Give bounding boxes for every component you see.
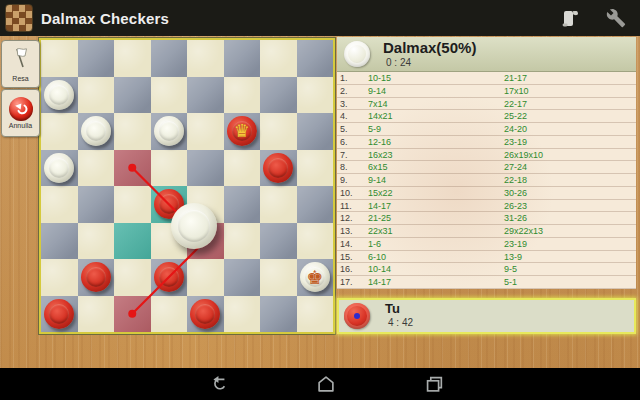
board-cell[interactable] [78, 186, 115, 223]
board-cell[interactable] [78, 150, 115, 187]
board-cell[interactable] [297, 223, 334, 260]
white-move: 9-14 [368, 174, 504, 186]
move-number: 15. [337, 251, 368, 263]
white-move: 15x22 [368, 187, 504, 199]
undo-button[interactable]: Annulla [1, 89, 40, 137]
move-number: 5. [337, 123, 368, 135]
board-cell[interactable] [78, 259, 115, 296]
board-cell[interactable] [41, 296, 78, 333]
white-king-piece[interactable]: ♚ [300, 262, 330, 292]
board-cell[interactable] [151, 296, 188, 333]
red-move: 26x19x10 [504, 149, 636, 161]
opponent-header: Dalmax(50%) 0 : 24 [337, 37, 636, 72]
move-row[interactable]: 13.22x3129x22x13 [337, 225, 636, 238]
red-move: 17x10 [504, 85, 636, 97]
move-number: 1. [337, 72, 368, 84]
red-move: 23-19 [504, 238, 636, 250]
move-row[interactable]: 7.16x2326x19x10 [337, 149, 636, 162]
board-cell[interactable] [187, 150, 224, 187]
red-move: 13-9 [504, 251, 636, 263]
board-cell[interactable] [187, 40, 224, 77]
board-cell[interactable] [260, 150, 297, 187]
white-man-piece[interactable] [154, 116, 184, 146]
move-row[interactable]: 17.14-175-1 [337, 276, 636, 289]
board-cell[interactable] [297, 150, 334, 187]
board-cell[interactable] [297, 296, 334, 333]
white-move: 21-25 [368, 212, 504, 224]
recents-icon[interactable] [423, 373, 445, 395]
move-row[interactable]: 9.9-1422-18 [337, 174, 636, 187]
move-number: 11. [337, 200, 368, 212]
board-cell[interactable] [260, 259, 297, 296]
board-cell[interactable] [41, 186, 78, 223]
red-move: 23-19 [504, 136, 636, 148]
board-cell[interactable] [78, 296, 115, 333]
red-move: 9-5 [504, 263, 636, 275]
board-cell[interactable] [151, 259, 188, 296]
red-piece-icon [344, 303, 370, 329]
white-move: 6x15 [368, 161, 504, 173]
white-move: 1-6 [368, 238, 504, 250]
checkerboard-app-icon [5, 4, 33, 32]
red-man-piece[interactable] [190, 299, 220, 329]
white-move: 22x31 [368, 225, 504, 237]
board-cell[interactable] [260, 40, 297, 77]
board-cell[interactable] [78, 223, 115, 260]
board-cell[interactable] [41, 113, 78, 150]
white-move: 14-17 [368, 276, 504, 288]
board-cell[interactable] [260, 186, 297, 223]
red-move: 26-23 [504, 200, 636, 212]
move-row[interactable]: 1.10-1521-17 [337, 72, 636, 85]
board-cell[interactable] [187, 113, 224, 150]
board-cell[interactable] [78, 40, 115, 77]
move-number: 8. [337, 161, 368, 173]
red-move: 30-26 [504, 187, 636, 199]
red-man-piece[interactable] [81, 262, 111, 292]
undo-arrow-icon [9, 97, 33, 121]
white-move: 10-15 [368, 72, 504, 84]
move-row[interactable]: 8.6x1527-24 [337, 161, 636, 174]
board-cell[interactable]: ♚ [297, 259, 334, 296]
board-cell[interactable] [260, 77, 297, 114]
checkers-board[interactable]: ♛♚ [39, 38, 335, 334]
player-bar-active: Tu 4 : 42 [337, 298, 636, 334]
move-row[interactable]: 2.9-1417x10 [337, 85, 636, 98]
board-cell[interactable] [297, 77, 334, 114]
move-row[interactable]: 6.12-1623-19 [337, 136, 636, 149]
white-man-piece[interactable] [44, 80, 74, 110]
board-cell[interactable] [41, 223, 78, 260]
move-number: 17. [337, 276, 368, 288]
board-cell[interactable] [260, 296, 297, 333]
board-cell[interactable] [224, 296, 261, 333]
turn-dot [354, 313, 360, 319]
white-flag-icon [9, 46, 33, 74]
resign-button[interactable]: Resa [1, 40, 40, 88]
board-cell[interactable] [151, 150, 188, 187]
red-move: 22-18 [504, 174, 636, 186]
white-piece-icon [344, 41, 370, 67]
back-icon[interactable] [207, 373, 229, 395]
board-cell[interactable] [41, 77, 78, 114]
board-cell[interactable] [41, 259, 78, 296]
board-cell[interactable] [224, 223, 261, 260]
board-cell[interactable] [151, 77, 188, 114]
white-move: 14-17 [368, 200, 504, 212]
red-man-piece[interactable] [44, 299, 74, 329]
move-number: 2. [337, 85, 368, 97]
board-cell[interactable] [187, 296, 224, 333]
red-move: 22-17 [504, 98, 636, 110]
move-number: 4. [337, 110, 368, 122]
move-row[interactable]: 15.6-1013-9 [337, 251, 636, 264]
player-clock: 4 : 42 [388, 317, 413, 328]
red-man-piece[interactable] [263, 153, 293, 183]
red-move: 29x22x13 [504, 225, 636, 237]
board-cell[interactable] [114, 77, 151, 114]
move-row[interactable]: 16.10-149-5 [337, 263, 636, 276]
board-cell[interactable] [114, 113, 151, 150]
action-bar: Dalmax Checkers [0, 0, 640, 36]
white-move: 7x14 [368, 98, 504, 110]
move-row[interactable]: 12.21-2531-26 [337, 212, 636, 225]
board-cell[interactable] [297, 186, 334, 223]
board-cell[interactable] [114, 259, 151, 296]
red-move: 25-22 [504, 110, 636, 122]
move-number: 3. [337, 98, 368, 110]
board-cell[interactable] [78, 113, 115, 150]
move-number: 6. [337, 136, 368, 148]
move-number: 12. [337, 212, 368, 224]
move-row[interactable]: 4.14x2125-22 [337, 110, 636, 123]
red-man-piece[interactable] [154, 262, 184, 292]
move-number: 10. [337, 187, 368, 199]
board-cell[interactable] [114, 223, 151, 260]
white-move: 5-9 [368, 123, 504, 135]
white-man-piece[interactable] [81, 116, 111, 146]
white-move: 9-14 [368, 85, 504, 97]
board-cell[interactable]: ♛ [224, 113, 261, 150]
board-cell[interactable] [224, 259, 261, 296]
board-cell[interactable] [260, 113, 297, 150]
move-number: 7. [337, 149, 368, 161]
red-move: 24-20 [504, 123, 636, 135]
move-number: 14. [337, 238, 368, 250]
moves-panel[interactable]: Dalmax(50%) 0 : 24 1.10-1521-172.9-1417x… [337, 37, 636, 289]
white-move: 16x23 [368, 149, 504, 161]
opponent-clock: 0 : 24 [386, 57, 411, 68]
board-cell[interactable] [297, 40, 334, 77]
board-cell[interactable] [114, 150, 151, 187]
white-move: 10-14 [368, 263, 504, 275]
resign-label: Resa [12, 75, 28, 82]
move-number: 16. [337, 263, 368, 275]
white-move: 12-16 [368, 136, 504, 148]
player-name: Tu [385, 301, 400, 316]
white-move: 6-10 [368, 251, 504, 263]
move-row[interactable]: 10.15x2230-26 [337, 187, 636, 200]
board-cell[interactable] [41, 150, 78, 187]
white-move: 14x21 [368, 110, 504, 122]
move-list[interactable]: 1.10-1521-172.9-1417x103.7x1422-174.14x2… [337, 72, 636, 289]
home-icon[interactable] [315, 373, 337, 395]
board-cell[interactable] [41, 40, 78, 77]
move-number: 13. [337, 225, 368, 237]
red-move: 5-1 [504, 276, 636, 288]
board-cell[interactable] [260, 223, 297, 260]
red-king-piece[interactable]: ♛ [227, 116, 257, 146]
board-cell[interactable] [114, 186, 151, 223]
undo-label: Annulla [9, 122, 32, 129]
board-cell[interactable] [151, 40, 188, 77]
notation-scroll-icon[interactable] [560, 7, 580, 29]
settings-wrench-icon[interactable] [606, 8, 626, 28]
board-cell[interactable] [224, 150, 261, 187]
move-row[interactable]: 11.14-1726-23 [337, 200, 636, 213]
board-cell[interactable] [151, 113, 188, 150]
board-cell[interactable] [114, 40, 151, 77]
board-cell[interactable] [78, 77, 115, 114]
white-man-piece[interactable] [44, 153, 74, 183]
move-number: 9. [337, 174, 368, 186]
board-cell[interactable] [297, 113, 334, 150]
red-move: 21-17 [504, 72, 636, 84]
board-cell[interactable] [187, 259, 224, 296]
board-cell[interactable] [187, 77, 224, 114]
android-nav-bar [0, 368, 640, 400]
board-cell[interactable] [114, 296, 151, 333]
board-cell[interactable] [224, 186, 261, 223]
opponent-name: Dalmax(50%) [383, 39, 476, 56]
move-row[interactable]: 5.5-924-20 [337, 123, 636, 136]
red-move: 31-26 [504, 212, 636, 224]
move-row[interactable]: 3.7x1422-17 [337, 98, 636, 111]
app-title: Dalmax Checkers [41, 10, 169, 27]
board-cell[interactable] [224, 40, 261, 77]
move-row[interactable]: 14.1-623-19 [337, 238, 636, 251]
board-cell[interactable] [224, 77, 261, 114]
red-move: 27-24 [504, 161, 636, 173]
